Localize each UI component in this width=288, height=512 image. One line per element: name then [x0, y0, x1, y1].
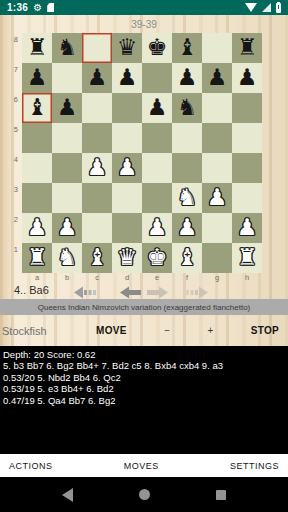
rank-label-7: 7: [0, 63, 22, 93]
piece-black-pawn[interactable]: ♟: [112, 63, 142, 93]
analysis-pv-line: 5. b3 Bb7 6. Bg2 Bb4+ 7. Bd2 c5 8. Bxb4 …: [3, 360, 288, 371]
piece-black-pawn[interactable]: ♟: [142, 93, 172, 123]
square-b7[interactable]: [52, 63, 82, 93]
square-d1[interactable]: ♛: [112, 243, 142, 273]
piece-black-knight[interactable]: ♞: [172, 93, 202, 123]
sim-icon: [47, 3, 54, 12]
square-b8[interactable]: ♞: [52, 33, 82, 63]
square-d3[interactable]: [112, 183, 142, 213]
piece-white-bishop[interactable]: ♝: [82, 243, 112, 273]
square-g1[interactable]: [202, 243, 232, 273]
square-a6[interactable]: ♝: [22, 93, 52, 123]
square-e1[interactable]: ♚: [142, 243, 172, 273]
square-c6[interactable]: [82, 93, 112, 123]
square-h8[interactable]: ♜: [232, 33, 262, 63]
square-c2[interactable]: [82, 213, 112, 243]
engine-analysis-panel[interactable]: Depth: 20 Score: 0.62 5. b3 Bb7 6. Bg2 B…: [0, 346, 288, 454]
square-a5[interactable]: [22, 123, 52, 153]
piece-white-pawn[interactable]: ♟: [202, 183, 232, 213]
rank-label-1: 1: [0, 243, 22, 273]
file-label-b: b: [52, 273, 82, 284]
square-g5[interactable]: [202, 123, 232, 153]
back-icon[interactable]: [62, 488, 73, 502]
square-f3[interactable]: ♞: [172, 183, 202, 213]
file-label-d: d: [112, 273, 142, 284]
bottom-tab-bar: ACTIONS MOVES SETTINGS: [0, 454, 288, 477]
piece-black-pawn[interactable]: ♟: [202, 63, 232, 93]
square-c5[interactable]: [82, 123, 112, 153]
square-h2[interactable]: ♟: [232, 213, 262, 243]
square-e8[interactable]: ♚: [142, 33, 172, 63]
piece-white-pawn[interactable]: ♟: [112, 153, 142, 183]
stop-button[interactable]: STOP: [251, 325, 279, 336]
square-f5[interactable]: [172, 123, 202, 153]
square-g3[interactable]: ♟: [202, 183, 232, 213]
square-a8[interactable]: ♜: [22, 33, 52, 63]
rank-label-6: 6: [0, 93, 22, 123]
piece-white-queen[interactable]: ♛: [112, 243, 142, 273]
engine-selector[interactable]: Stockfish: [2, 325, 96, 337]
piece-black-pawn[interactable]: ♟: [172, 63, 202, 93]
square-a2[interactable]: ♟: [22, 213, 52, 243]
piece-black-king[interactable]: ♚: [142, 33, 172, 63]
status-bar: 1:36 ⚙: [0, 0, 288, 15]
square-c8[interactable]: [82, 33, 112, 63]
rank-label-2: 2: [0, 213, 22, 243]
square-g2[interactable]: [202, 213, 232, 243]
engine-bar: Stockfish MOVE − + STOP: [0, 315, 288, 346]
piece-white-rook[interactable]: ♜: [22, 243, 52, 273]
wifi-icon: [245, 3, 257, 12]
piece-black-knight[interactable]: ♞: [52, 33, 82, 63]
gear-icon: ⚙: [33, 3, 42, 13]
rank-label-4: 4: [0, 153, 22, 183]
analysis-alt-line: 0.47/19 5. Qa4 Bb7 6. Bg2: [3, 395, 288, 406]
square-a4[interactable]: [22, 153, 52, 183]
square-f2[interactable]: ♟: [172, 213, 202, 243]
rank-label-3: 3: [0, 183, 22, 213]
piece-white-pawn[interactable]: ♟: [82, 153, 112, 183]
square-f1[interactable]: ♝: [172, 243, 202, 273]
move-button[interactable]: MOVE: [96, 325, 127, 336]
tab-actions[interactable]: ACTIONS: [9, 461, 53, 471]
chess-app-screen: 1:36 ⚙ 39-39 87654321 ♜♞♛♚♝♜♟♟♟♟♟♟♝♟♟♞♟♟…: [0, 0, 288, 512]
square-f6[interactable]: ♞: [172, 93, 202, 123]
square-b4[interactable]: [52, 153, 82, 183]
signal-icon: [262, 3, 271, 12]
square-d6[interactable]: [112, 93, 142, 123]
analysis-depth-score: Depth: 20 Score: 0.62: [3, 349, 288, 360]
square-b6[interactable]: ♟: [52, 93, 82, 123]
square-d2[interactable]: [112, 213, 142, 243]
square-h3[interactable]: [232, 183, 262, 213]
material-score: 39-39: [0, 15, 288, 33]
tab-settings[interactable]: SETTINGS: [230, 461, 279, 471]
rank-label-5: 5: [0, 123, 22, 153]
square-f7[interactable]: ♟: [172, 63, 202, 93]
analysis-alt-line: 0.53/19 5. e3 Bb4+ 6. Bd2: [3, 383, 288, 394]
square-e5[interactable]: [142, 123, 172, 153]
piece-white-knight[interactable]: ♞: [172, 183, 202, 213]
square-g6[interactable]: [202, 93, 232, 123]
square-h5[interactable]: [232, 123, 262, 153]
square-c4[interactable]: ♟: [82, 153, 112, 183]
square-b2[interactable]: ♟: [52, 213, 82, 243]
square-c3[interactable]: [82, 183, 112, 213]
file-label-g: g: [202, 273, 232, 284]
clock-time: 1:36: [7, 2, 28, 13]
square-d5[interactable]: [112, 123, 142, 153]
square-g7[interactable]: ♟: [202, 63, 232, 93]
square-b3[interactable]: [52, 183, 82, 213]
square-h6[interactable]: [232, 93, 262, 123]
square-b5[interactable]: [52, 123, 82, 153]
square-h7[interactable]: ♟: [232, 63, 262, 93]
square-h4[interactable]: [232, 153, 262, 183]
piece-black-bishop[interactable]: ♝: [172, 33, 202, 63]
square-e6[interactable]: ♟: [142, 93, 172, 123]
piece-black-rook[interactable]: ♜: [22, 33, 52, 63]
move-navigation: 4.. Ba6: [0, 284, 288, 299]
piece-black-pawn[interactable]: ♟: [82, 63, 112, 93]
piece-black-bishop[interactable]: ♝: [22, 93, 52, 123]
piece-white-bishop[interactable]: ♝: [172, 243, 202, 273]
tab-moves[interactable]: MOVES: [124, 461, 159, 471]
analysis-alt-line: 0.53/20 5. Nbd2 Bb4 6. Qc2: [3, 372, 288, 383]
piece-black-pawn[interactable]: ♟: [22, 63, 52, 93]
nav-last-icon[interactable]: [186, 286, 208, 299]
piece-white-pawn[interactable]: ♟: [22, 213, 52, 243]
file-labels: abcdefgh: [22, 273, 288, 284]
piece-white-knight[interactable]: ♞: [52, 243, 82, 273]
square-e3[interactable]: [142, 183, 172, 213]
chess-board[interactable]: ♜♞♛♚♝♜♟♟♟♟♟♟♝♟♟♞♟♟♞♟♟♟♟♟♟♜♞♝♛♚♝♜: [22, 33, 262, 273]
piece-white-pawn[interactable]: ♟: [142, 213, 172, 243]
file-label-f: f: [172, 273, 202, 284]
home-icon[interactable]: [139, 489, 150, 500]
square-a3[interactable]: [22, 183, 52, 213]
square-d4[interactable]: ♟: [112, 153, 142, 183]
square-e4[interactable]: [142, 153, 172, 183]
square-e2[interactable]: ♟: [142, 213, 172, 243]
file-label-c: c: [82, 273, 112, 284]
square-c7[interactable]: ♟: [82, 63, 112, 93]
minus-button[interactable]: −: [164, 325, 170, 336]
square-e7[interactable]: [142, 63, 172, 93]
square-f8[interactable]: ♝: [172, 33, 202, 63]
battery-icon: [276, 3, 281, 13]
square-f4[interactable]: [172, 153, 202, 183]
square-g8[interactable]: [202, 33, 232, 63]
board-zone: 87654321 ♜♞♛♚♝♜♟♟♟♟♟♟♝♟♟♞♟♟♞♟♟♟♟♟♟♜♞♝♛♚♝…: [0, 33, 288, 273]
square-d8[interactable]: ♛: [112, 33, 142, 63]
piece-white-king[interactable]: ♚: [142, 243, 172, 273]
file-label-e: e: [142, 273, 172, 284]
square-h1[interactable]: ♜: [232, 243, 262, 273]
piece-white-pawn[interactable]: ♟: [52, 213, 82, 243]
piece-black-pawn[interactable]: ♟: [232, 63, 262, 93]
rank-label-8: 8: [0, 33, 22, 63]
nav-arrows: [74, 286, 208, 299]
square-d7[interactable]: ♟: [112, 63, 142, 93]
square-g4[interactable]: [202, 153, 232, 183]
android-nav-bar: [0, 477, 288, 512]
nav-first-icon[interactable]: [74, 286, 96, 299]
recents-icon[interactable]: [216, 490, 226, 500]
file-label-h: h: [232, 273, 262, 284]
rank-labels: 87654321: [0, 33, 22, 273]
piece-white-rook[interactable]: ♜: [232, 243, 262, 273]
square-a7[interactable]: ♟: [22, 63, 52, 93]
last-move-text: 4.. Ba6: [14, 284, 49, 296]
opening-name-banner: Queens Indian Nimzovich variation (exagg…: [0, 299, 288, 315]
square-a1[interactable]: ♜: [22, 243, 52, 273]
piece-white-pawn[interactable]: ♟: [172, 213, 202, 243]
square-c1[interactable]: ♝: [82, 243, 112, 273]
square-b1[interactable]: ♞: [52, 243, 82, 273]
piece-black-rook[interactable]: ♜: [232, 33, 262, 63]
piece-black-queen[interactable]: ♛: [112, 33, 142, 63]
file-label-a: a: [22, 273, 52, 284]
plus-button[interactable]: +: [207, 325, 213, 336]
nav-forward-icon[interactable]: [146, 286, 168, 299]
nav-back-icon[interactable]: [120, 286, 142, 299]
piece-black-pawn[interactable]: ♟: [52, 93, 82, 123]
piece-white-pawn[interactable]: ♟: [232, 213, 262, 243]
